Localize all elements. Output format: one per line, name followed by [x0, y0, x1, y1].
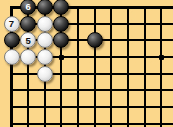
intersection[interactable] [53, 49, 70, 66]
intersection[interactable] [70, 0, 87, 15]
intersection[interactable] [86, 65, 103, 82]
intersection[interactable] [153, 0, 170, 15]
intersection[interactable] [120, 0, 137, 15]
white-stone[interactable] [37, 49, 53, 65]
intersection[interactable] [103, 32, 120, 49]
intersection[interactable] [20, 115, 37, 127]
intersection[interactable] [136, 49, 153, 66]
intersection[interactable] [3, 32, 20, 49]
intersection[interactable] [103, 82, 120, 99]
go-board-grid: 675 [3, 0, 173, 127]
intersection[interactable] [136, 65, 153, 82]
intersection[interactable] [86, 99, 103, 116]
intersection[interactable]: 5 [20, 32, 37, 49]
intersection[interactable] [20, 82, 37, 99]
intersection[interactable] [3, 99, 20, 116]
intersection[interactable] [37, 65, 54, 82]
star-point [159, 55, 164, 60]
intersection[interactable] [3, 115, 20, 127]
black-stone[interactable] [87, 32, 103, 48]
intersection[interactable] [70, 65, 87, 82]
intersection[interactable] [120, 82, 137, 99]
intersection[interactable] [153, 99, 170, 116]
intersection[interactable] [20, 15, 37, 32]
intersection[interactable] [37, 15, 54, 32]
intersection[interactable] [170, 82, 173, 99]
white-stone[interactable] [37, 16, 53, 32]
intersection[interactable] [170, 65, 173, 82]
move-number-label: 6 [26, 2, 31, 12]
intersection[interactable] [120, 99, 137, 116]
intersection[interactable] [103, 49, 120, 66]
intersection[interactable] [37, 115, 54, 127]
intersection[interactable] [153, 32, 170, 49]
intersection[interactable] [136, 99, 153, 116]
intersection[interactable] [86, 82, 103, 99]
intersection[interactable] [120, 115, 137, 127]
intersection[interactable] [136, 0, 153, 15]
intersection[interactable] [20, 99, 37, 116]
intersection[interactable] [86, 0, 103, 15]
intersection[interactable] [3, 0, 20, 15]
intersection[interactable] [103, 15, 120, 32]
intersection[interactable] [170, 0, 173, 15]
intersection[interactable] [153, 15, 170, 32]
intersection[interactable] [70, 15, 87, 32]
white-stone[interactable] [37, 66, 53, 82]
intersection[interactable] [120, 65, 137, 82]
intersection[interactable] [53, 15, 70, 32]
intersection[interactable] [103, 115, 120, 127]
intersection[interactable] [53, 32, 70, 49]
black-stone[interactable]: 6 [20, 0, 36, 15]
intersection[interactable] [86, 115, 103, 127]
white-stone[interactable] [37, 32, 53, 48]
intersection[interactable] [53, 65, 70, 82]
intersection[interactable] [20, 49, 37, 66]
star-point [59, 55, 64, 60]
white-stone[interactable]: 7 [4, 16, 20, 32]
intersection[interactable] [70, 115, 87, 127]
intersection[interactable] [86, 32, 103, 49]
black-stone[interactable] [20, 16, 36, 32]
black-stone[interactable] [53, 16, 69, 32]
intersection[interactable] [70, 82, 87, 99]
white-stone[interactable] [4, 49, 20, 65]
intersection[interactable] [136, 115, 153, 127]
intersection[interactable] [3, 49, 20, 66]
move-number-label: 7 [9, 19, 14, 29]
black-stone[interactable] [4, 32, 20, 48]
intersection[interactable] [70, 32, 87, 49]
intersection[interactable] [37, 32, 54, 49]
intersection[interactable] [86, 15, 103, 32]
intersection[interactable] [170, 99, 173, 116]
intersection[interactable] [136, 32, 153, 49]
intersection[interactable] [153, 115, 170, 127]
move-number-label: 5 [26, 36, 31, 46]
intersection[interactable] [170, 49, 173, 66]
intersection[interactable] [120, 15, 137, 32]
intersection[interactable] [3, 65, 20, 82]
intersection[interactable] [53, 99, 70, 116]
intersection[interactable] [70, 99, 87, 116]
intersection[interactable] [70, 49, 87, 66]
intersection[interactable] [170, 32, 173, 49]
intersection[interactable] [120, 49, 137, 66]
intersection[interactable] [37, 99, 54, 116]
intersection[interactable] [170, 115, 173, 127]
intersection[interactable]: 6 [20, 0, 37, 15]
intersection[interactable] [20, 65, 37, 82]
white-stone[interactable]: 5 [20, 32, 36, 48]
black-stone[interactable] [53, 32, 69, 48]
go-diagram: 675 [0, 0, 173, 127]
intersection[interactable] [103, 99, 120, 116]
intersection[interactable] [153, 49, 170, 66]
intersection[interactable] [103, 0, 120, 15]
intersection[interactable] [37, 82, 54, 99]
intersection[interactable] [37, 49, 54, 66]
intersection[interactable] [120, 32, 137, 49]
intersection[interactable] [3, 82, 20, 99]
intersection[interactable] [37, 0, 54, 15]
intersection[interactable] [103, 65, 120, 82]
intersection[interactable] [53, 115, 70, 127]
black-stone[interactable] [53, 0, 69, 15]
black-stone[interactable] [37, 0, 53, 15]
intersection[interactable] [53, 0, 70, 15]
intersection[interactable] [86, 49, 103, 66]
intersection[interactable] [153, 65, 170, 82]
intersection[interactable] [136, 82, 153, 99]
intersection[interactable] [170, 15, 173, 32]
intersection[interactable] [53, 82, 70, 99]
intersection[interactable] [153, 82, 170, 99]
intersection[interactable]: 7 [3, 15, 20, 32]
white-stone[interactable] [20, 49, 36, 65]
intersection[interactable] [136, 15, 153, 32]
